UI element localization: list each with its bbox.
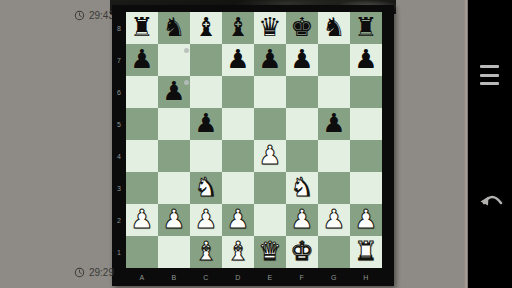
piece-black-rook[interactable]: ♜ xyxy=(350,12,382,44)
file-label-e: E xyxy=(254,268,286,286)
square-d3[interactable] xyxy=(222,172,254,204)
rank-labels: 87654321 xyxy=(112,12,126,268)
top-clock-time: 29:43 xyxy=(89,10,114,21)
piece-white-knight[interactable]: ♞ xyxy=(190,172,222,204)
square-h7[interactable]: ♟ xyxy=(350,44,382,76)
rank-label-1: 1 xyxy=(112,236,126,268)
piece-black-bishop[interactable]: ♝ xyxy=(190,12,222,44)
rank-label-7: 7 xyxy=(112,44,126,76)
square-f1[interactable]: ♚ xyxy=(286,236,318,268)
last-move-marker xyxy=(184,80,189,85)
square-e3[interactable] xyxy=(254,172,286,204)
file-label-d: D xyxy=(222,268,254,286)
board[interactable]: ♜♞♝♝♛♚♞♜♟♟♟♟♟♟♟♟♟♞♞♟♟♟♟♟♟♟♝♝♛♚♜ xyxy=(126,12,382,268)
square-f7[interactable]: ♟ xyxy=(286,44,318,76)
piece-black-bishop[interactable]: ♝ xyxy=(222,12,254,44)
board-frame: 87654321 ♜♞♝♝♛♚♞♜♟♟♟♟♟♟♟♟♟♞♞♟♟♟♟♟♟♟♝♝♛♚♜… xyxy=(112,5,394,286)
square-g6[interactable] xyxy=(318,76,350,108)
file-label-f: F xyxy=(286,268,318,286)
square-h4[interactable] xyxy=(350,140,382,172)
menu-icon xyxy=(480,82,499,85)
square-d6[interactable] xyxy=(222,76,254,108)
square-a5[interactable] xyxy=(126,108,158,140)
square-d8[interactable]: ♝ xyxy=(222,12,254,44)
square-b7[interactable] xyxy=(158,44,190,76)
square-b1[interactable] xyxy=(158,236,190,268)
square-c3[interactable]: ♞ xyxy=(190,172,222,204)
square-a1[interactable] xyxy=(126,236,158,268)
square-f2[interactable]: ♟ xyxy=(286,204,318,236)
square-e6[interactable] xyxy=(254,76,286,108)
square-c6[interactable] xyxy=(190,76,222,108)
square-a3[interactable] xyxy=(126,172,158,204)
square-a4[interactable] xyxy=(126,140,158,172)
square-g5[interactable]: ♟ xyxy=(318,108,350,140)
square-d2[interactable]: ♟ xyxy=(222,204,254,236)
rank-label-8: 8 xyxy=(112,12,126,44)
piece-white-rook[interactable]: ♜ xyxy=(350,236,382,268)
square-c1[interactable]: ♝ xyxy=(190,236,222,268)
file-label-g: G xyxy=(318,268,350,286)
square-g1[interactable] xyxy=(318,236,350,268)
square-b6[interactable]: ♟ xyxy=(158,76,190,108)
rank-label-3: 3 xyxy=(112,172,126,204)
piece-white-knight[interactable]: ♞ xyxy=(286,172,318,204)
piece-black-knight[interactable]: ♞ xyxy=(158,12,190,44)
square-g7[interactable] xyxy=(318,44,350,76)
piece-black-pawn[interactable]: ♟ xyxy=(350,44,382,76)
menu-button[interactable] xyxy=(480,63,502,87)
piece-white-king[interactable]: ♚ xyxy=(286,236,318,268)
square-a6[interactable] xyxy=(126,76,158,108)
piece-white-pawn[interactable]: ♟ xyxy=(254,140,286,172)
square-d5[interactable] xyxy=(222,108,254,140)
square-b2[interactable]: ♟ xyxy=(158,204,190,236)
menu-icon xyxy=(480,74,499,77)
piece-white-bishop[interactable]: ♝ xyxy=(222,236,254,268)
square-c4[interactable] xyxy=(190,140,222,172)
piece-black-knight[interactable]: ♞ xyxy=(318,12,350,44)
piece-black-pawn[interactable]: ♟ xyxy=(190,108,222,140)
piece-white-queen[interactable]: ♛ xyxy=(254,236,286,268)
bottom-clock: 29:29 xyxy=(58,266,114,279)
file-labels: ABCDEFGH xyxy=(126,268,382,286)
square-e2[interactable] xyxy=(254,204,286,236)
square-b3[interactable] xyxy=(158,172,190,204)
square-a8[interactable]: ♜ xyxy=(126,12,158,44)
piece-black-pawn[interactable]: ♟ xyxy=(254,44,286,76)
square-b5[interactable] xyxy=(158,108,190,140)
square-e5[interactable] xyxy=(254,108,286,140)
piece-black-pawn[interactable]: ♟ xyxy=(286,44,318,76)
piece-white-pawn[interactable]: ♟ xyxy=(286,204,318,236)
clock-icon xyxy=(74,10,85,21)
square-h2[interactable]: ♟ xyxy=(350,204,382,236)
square-g3[interactable] xyxy=(318,172,350,204)
square-f4[interactable] xyxy=(286,140,318,172)
square-d4[interactable] xyxy=(222,140,254,172)
square-h3[interactable] xyxy=(350,172,382,204)
square-a7[interactable]: ♟ xyxy=(126,44,158,76)
square-g8[interactable]: ♞ xyxy=(318,12,350,44)
square-g2[interactable]: ♟ xyxy=(318,204,350,236)
sidebar xyxy=(468,0,512,288)
square-c2[interactable]: ♟ xyxy=(190,204,222,236)
undo-button[interactable] xyxy=(480,192,504,214)
bottom-clock-time: 29:29 xyxy=(89,267,114,278)
square-b8[interactable]: ♞ xyxy=(158,12,190,44)
piece-white-pawn[interactable]: ♟ xyxy=(222,204,254,236)
rank-label-6: 6 xyxy=(112,76,126,108)
piece-black-pawn[interactable]: ♟ xyxy=(126,44,158,76)
piece-white-pawn[interactable]: ♟ xyxy=(350,204,382,236)
square-d7[interactable]: ♟ xyxy=(222,44,254,76)
piece-white-pawn[interactable]: ♟ xyxy=(190,204,222,236)
piece-white-pawn[interactable]: ♟ xyxy=(126,204,158,236)
piece-white-bishop[interactable]: ♝ xyxy=(190,236,222,268)
square-h6[interactable] xyxy=(350,76,382,108)
piece-black-pawn[interactable]: ♟ xyxy=(222,44,254,76)
undo-icon xyxy=(480,192,504,214)
piece-black-king[interactable]: ♚ xyxy=(286,12,318,44)
square-f3[interactable]: ♞ xyxy=(286,172,318,204)
square-g4[interactable] xyxy=(318,140,350,172)
square-e4[interactable]: ♟ xyxy=(254,140,286,172)
square-h8[interactable]: ♜ xyxy=(350,12,382,44)
rank-label-4: 4 xyxy=(112,140,126,172)
piece-white-pawn[interactable]: ♟ xyxy=(158,204,190,236)
piece-black-queen[interactable]: ♛ xyxy=(254,12,286,44)
rank-label-2: 2 xyxy=(112,204,126,236)
file-label-c: C xyxy=(190,268,222,286)
piece-black-rook[interactable]: ♜ xyxy=(126,12,158,44)
file-label-b: B xyxy=(158,268,190,286)
square-f5[interactable] xyxy=(286,108,318,140)
piece-black-pawn[interactable]: ♟ xyxy=(318,108,350,140)
last-move-marker xyxy=(184,48,189,53)
square-f6[interactable] xyxy=(286,76,318,108)
square-d1[interactable]: ♝ xyxy=(222,236,254,268)
square-a2[interactable]: ♟ xyxy=(126,204,158,236)
top-clock: 29:43 xyxy=(58,9,114,22)
menu-icon xyxy=(480,65,499,68)
piece-white-pawn[interactable]: ♟ xyxy=(318,204,350,236)
square-e1[interactable]: ♛ xyxy=(254,236,286,268)
square-b4[interactable] xyxy=(158,140,190,172)
square-c7[interactable] xyxy=(190,44,222,76)
square-c8[interactable]: ♝ xyxy=(190,12,222,44)
app-screen: { "game": "chess", "variant": "chess960 … xyxy=(0,0,512,288)
square-c5[interactable]: ♟ xyxy=(190,108,222,140)
square-e8[interactable]: ♛ xyxy=(254,12,286,44)
file-label-a: A xyxy=(126,268,158,286)
clock-icon xyxy=(74,267,85,278)
square-h1[interactable]: ♜ xyxy=(350,236,382,268)
square-h5[interactable] xyxy=(350,108,382,140)
square-f8[interactable]: ♚ xyxy=(286,12,318,44)
file-label-h: H xyxy=(350,268,382,286)
square-e7[interactable]: ♟ xyxy=(254,44,286,76)
rank-label-5: 5 xyxy=(112,108,126,140)
